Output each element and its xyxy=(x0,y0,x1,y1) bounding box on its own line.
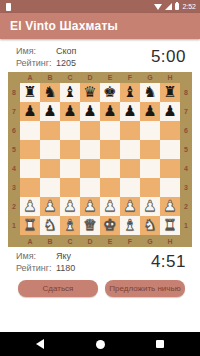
square-e1[interactable]: ♚ xyxy=(100,216,120,235)
opponent-info-panel: Имя: Скоп Рейтинг: 1205 5:00 xyxy=(0,39,200,70)
square-g4[interactable] xyxy=(140,159,160,178)
chess-board: ABCDEFGH8♜♞♝♛♚♝♞♜87♟♟♟♟♟♟♟♟7665544332♟♟♟… xyxy=(8,72,192,247)
opponent-text: Имя: Скоп Рейтинг: 1205 xyxy=(16,46,151,68)
rank-label-3-left: 3 xyxy=(8,178,20,197)
piece-white-rook: ♜ xyxy=(23,216,36,235)
rank-label-5-right: 5 xyxy=(180,140,192,159)
square-c2[interactable]: ♟ xyxy=(60,197,80,216)
resign-button[interactable]: Сдаться xyxy=(18,280,98,297)
file-label-h-top: H xyxy=(160,72,180,83)
square-h2[interactable]: ♟ xyxy=(160,197,180,216)
opponent-name-label: Имя: xyxy=(16,46,56,56)
square-d5[interactable] xyxy=(80,140,100,159)
square-h7[interactable]: ♟ xyxy=(160,102,180,121)
square-a6[interactable] xyxy=(20,121,40,140)
square-e6[interactable] xyxy=(100,121,120,140)
square-h6[interactable] xyxy=(160,121,180,140)
square-e3[interactable] xyxy=(100,178,120,197)
player-name: Яку xyxy=(56,251,151,261)
file-label-a-bottom: A xyxy=(20,235,40,247)
opponent-name: Скоп xyxy=(56,46,151,56)
battery-icon xyxy=(175,3,179,10)
file-label-b-top: B xyxy=(40,72,60,83)
square-g3[interactable] xyxy=(140,178,160,197)
rank-label-5-left: 5 xyxy=(8,140,20,159)
file-label-f-bottom: F xyxy=(120,235,140,247)
piece-white-knight: ♞ xyxy=(43,216,56,235)
square-f4[interactable] xyxy=(120,159,140,178)
square-e2[interactable]: ♟ xyxy=(100,197,120,216)
square-g1[interactable]: ♞ xyxy=(140,216,160,235)
piece-white-bishop: ♝ xyxy=(63,216,76,235)
piece-white-rook: ♜ xyxy=(163,216,176,235)
square-b6[interactable] xyxy=(40,121,60,140)
piece-black-pawn: ♟ xyxy=(163,102,176,121)
square-c4[interactable] xyxy=(60,159,80,178)
file-label-d-top: D xyxy=(80,72,100,83)
piece-black-rook: ♜ xyxy=(23,83,36,102)
square-f3[interactable] xyxy=(120,178,140,197)
piece-white-king: ♚ xyxy=(103,216,116,235)
square-f6[interactable] xyxy=(120,121,140,140)
action-buttons: Сдаться Предложить ничью xyxy=(18,280,200,297)
status-bar: 2:52 xyxy=(0,0,200,13)
square-f7[interactable]: ♟ xyxy=(120,102,140,121)
app-title: El Vinto Шахматы xyxy=(10,19,118,33)
piece-black-queen: ♛ xyxy=(83,83,96,102)
square-b3[interactable] xyxy=(40,178,60,197)
piece-black-knight: ♞ xyxy=(143,83,156,102)
square-c5[interactable] xyxy=(60,140,80,159)
board-corner xyxy=(180,72,192,83)
rank-label-6-left: 6 xyxy=(8,121,20,140)
square-d1[interactable]: ♛ xyxy=(80,216,100,235)
player-rating-label: Рейтинг: xyxy=(16,263,56,273)
piece-black-pawn: ♟ xyxy=(123,102,136,121)
file-label-g-bottom: G xyxy=(140,235,160,247)
rank-label-7-left: 7 xyxy=(8,102,20,121)
piece-black-rook: ♜ xyxy=(163,83,176,102)
square-b1[interactable]: ♞ xyxy=(40,216,60,235)
square-g8[interactable]: ♞ xyxy=(140,83,160,102)
square-h4[interactable] xyxy=(160,159,180,178)
square-e7[interactable]: ♟ xyxy=(100,102,120,121)
rank-label-7-right: 7 xyxy=(180,102,192,121)
square-e5[interactable] xyxy=(100,140,120,159)
notification-icon xyxy=(6,3,11,11)
rank-label-1-right: 1 xyxy=(180,216,192,235)
square-g5[interactable] xyxy=(140,140,160,159)
file-label-e-top: E xyxy=(100,72,120,83)
opponent-rating: 1205 xyxy=(56,58,151,68)
square-e4[interactable] xyxy=(100,159,120,178)
file-label-h-bottom: H xyxy=(160,235,180,247)
file-label-c-top: C xyxy=(60,72,80,83)
square-g6[interactable] xyxy=(140,121,160,140)
offer-draw-button[interactable]: Предложить ничью xyxy=(105,280,185,297)
piece-white-pawn: ♟ xyxy=(123,197,136,216)
board-corner xyxy=(8,235,20,247)
square-c7[interactable]: ♟ xyxy=(60,102,80,121)
rank-label-4-right: 4 xyxy=(180,159,192,178)
square-b8[interactable]: ♞ xyxy=(40,83,60,102)
square-g2[interactable]: ♟ xyxy=(140,197,160,216)
player-name-label: Имя: xyxy=(16,251,56,261)
piece-black-pawn: ♟ xyxy=(43,102,56,121)
square-f1[interactable]: ♝ xyxy=(120,216,140,235)
file-label-d-bottom: D xyxy=(80,235,100,247)
piece-black-pawn: ♟ xyxy=(103,102,116,121)
piece-black-bishop: ♝ xyxy=(123,83,136,102)
app-bar: El Vinto Шахматы xyxy=(0,13,200,39)
rank-label-2-right: 2 xyxy=(180,197,192,216)
piece-black-pawn: ♟ xyxy=(143,102,156,121)
file-label-b-bottom: B xyxy=(40,235,60,247)
square-a4[interactable] xyxy=(20,159,40,178)
rank-label-8-right: 8 xyxy=(180,83,192,102)
square-c1[interactable]: ♝ xyxy=(60,216,80,235)
square-h5[interactable] xyxy=(160,140,180,159)
rank-label-3-right: 3 xyxy=(180,178,192,197)
square-b2[interactable]: ♟ xyxy=(40,197,60,216)
player-rating: 1180 xyxy=(56,263,151,273)
empty-space xyxy=(0,297,200,332)
piece-white-pawn: ♟ xyxy=(43,197,56,216)
back-icon[interactable] xyxy=(36,339,44,349)
piece-white-queen: ♛ xyxy=(83,216,96,235)
piece-white-pawn: ♟ xyxy=(83,197,96,216)
square-a3[interactable] xyxy=(20,178,40,197)
status-time: 2:52 xyxy=(182,0,196,13)
file-label-f-top: F xyxy=(120,72,140,83)
board-corner xyxy=(8,72,20,83)
square-d2[interactable]: ♟ xyxy=(80,197,100,216)
piece-white-pawn: ♟ xyxy=(23,197,36,216)
piece-black-pawn: ♟ xyxy=(83,102,96,121)
square-b5[interactable] xyxy=(40,140,60,159)
player-info-panel: Имя: Яку Рейтинг: 1180 4:51 xyxy=(0,247,200,275)
square-c8[interactable]: ♝ xyxy=(60,83,80,102)
square-e8[interactable]: ♚ xyxy=(100,83,120,102)
file-label-e-bottom: E xyxy=(100,235,120,247)
wifi-icon xyxy=(154,4,162,10)
square-b7[interactable]: ♟ xyxy=(40,102,60,121)
square-a8[interactable]: ♜ xyxy=(20,83,40,102)
player-clock: 4:51 xyxy=(151,252,186,272)
player-text: Имя: Яку Рейтинг: 1180 xyxy=(16,251,151,273)
square-d4[interactable] xyxy=(80,159,100,178)
piece-white-knight: ♞ xyxy=(143,216,156,235)
android-nav-bar xyxy=(0,332,200,356)
home-icon[interactable] xyxy=(96,340,105,349)
square-f8[interactable]: ♝ xyxy=(120,83,140,102)
rank-label-4-left: 4 xyxy=(8,159,20,178)
square-g7[interactable]: ♟ xyxy=(140,102,160,121)
square-d6[interactable] xyxy=(80,121,100,140)
board-corner xyxy=(180,235,192,247)
square-h1[interactable]: ♜ xyxy=(160,216,180,235)
rank-label-6-right: 6 xyxy=(180,121,192,140)
piece-white-pawn: ♟ xyxy=(63,197,76,216)
rank-label-2-left: 2 xyxy=(8,197,20,216)
piece-white-pawn: ♟ xyxy=(163,197,176,216)
rank-label-1-left: 1 xyxy=(8,216,20,235)
square-a2[interactable]: ♟ xyxy=(20,197,40,216)
square-b4[interactable] xyxy=(40,159,60,178)
square-a7[interactable]: ♟ xyxy=(20,102,40,121)
square-h3[interactable] xyxy=(160,178,180,197)
square-c6[interactable] xyxy=(60,121,80,140)
square-c3[interactable] xyxy=(60,178,80,197)
square-f5[interactable] xyxy=(120,140,140,159)
square-d3[interactable] xyxy=(80,178,100,197)
piece-black-king: ♚ xyxy=(103,83,116,102)
opponent-clock: 5:00 xyxy=(151,47,186,67)
file-label-g-top: G xyxy=(140,72,160,83)
square-d8[interactable]: ♛ xyxy=(80,83,100,102)
app-screen: 2:52 El Vinto Шахматы Имя: Скоп Рейтинг:… xyxy=(0,0,200,356)
piece-white-pawn: ♟ xyxy=(103,197,116,216)
square-h8[interactable]: ♜ xyxy=(160,83,180,102)
square-a1[interactable]: ♜ xyxy=(20,216,40,235)
rank-label-8-left: 8 xyxy=(8,83,20,102)
opponent-rating-label: Рейтинг: xyxy=(16,58,56,68)
file-label-c-bottom: C xyxy=(60,235,80,247)
recents-icon[interactable] xyxy=(156,340,164,348)
piece-white-bishop: ♝ xyxy=(123,216,136,235)
piece-black-knight: ♞ xyxy=(43,83,56,102)
square-f2[interactable]: ♟ xyxy=(120,197,140,216)
piece-black-pawn: ♟ xyxy=(23,102,36,121)
piece-black-bishop: ♝ xyxy=(63,83,76,102)
piece-black-pawn: ♟ xyxy=(63,102,76,121)
piece-white-pawn: ♟ xyxy=(143,197,156,216)
file-label-a-top: A xyxy=(20,72,40,83)
status-bar-right: 2:52 xyxy=(154,0,196,13)
square-a5[interactable] xyxy=(20,140,40,159)
square-d7[interactable]: ♟ xyxy=(80,102,100,121)
cell-signal-icon xyxy=(165,3,172,10)
